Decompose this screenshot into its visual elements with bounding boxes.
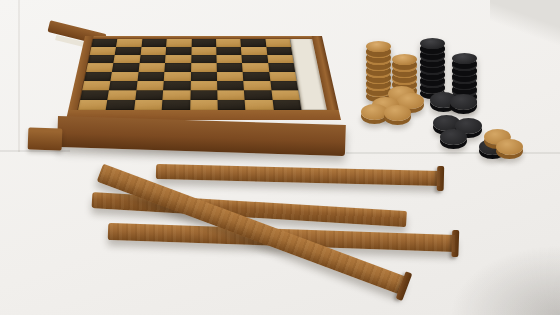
square-a2[interactable]	[80, 90, 109, 100]
square-g4[interactable]	[243, 72, 270, 81]
square-c4[interactable]	[137, 72, 164, 81]
square-c2[interactable]	[135, 90, 163, 100]
table-seam-right	[346, 152, 560, 154]
square-c1[interactable]	[134, 100, 163, 110]
checker-stack-dark-3[interactable]	[420, 38, 445, 95]
wall-edge	[18, 0, 20, 152]
square-d8[interactable]	[166, 39, 191, 47]
square-b3[interactable]	[109, 81, 137, 90]
square-h5[interactable]	[268, 63, 295, 72]
square-f8[interactable]	[216, 39, 241, 47]
square-g2[interactable]	[244, 90, 272, 100]
square-d4[interactable]	[164, 72, 191, 81]
square-f2[interactable]	[217, 90, 245, 100]
wall-corner-shadow	[490, 0, 560, 52]
square-e8[interactable]	[191, 39, 216, 47]
square-g3[interactable]	[243, 81, 271, 90]
square-b1[interactable]	[106, 100, 135, 110]
square-a6[interactable]	[88, 55, 115, 63]
square-h1[interactable]	[272, 100, 301, 110]
square-h7[interactable]	[266, 47, 292, 55]
checker-piece-light[interactable]	[392, 54, 417, 65]
square-d6[interactable]	[165, 55, 191, 63]
table-corner-shadow	[450, 245, 560, 315]
square-h3[interactable]	[270, 81, 298, 90]
checker-piece-light[interactable]	[496, 139, 523, 155]
square-f1[interactable]	[217, 100, 245, 110]
square-e7[interactable]	[191, 47, 216, 55]
square-b7[interactable]	[115, 47, 141, 55]
square-c8[interactable]	[141, 39, 167, 47]
square-g1[interactable]	[245, 100, 274, 110]
checkerboard	[78, 39, 301, 110]
square-a7[interactable]	[90, 47, 117, 55]
square-f6[interactable]	[216, 55, 242, 63]
square-c5[interactable]	[138, 63, 165, 72]
square-c6[interactable]	[139, 55, 165, 63]
scene	[0, 0, 560, 315]
square-d5[interactable]	[164, 63, 190, 72]
square-h4[interactable]	[269, 72, 297, 81]
square-a1[interactable]	[78, 100, 108, 110]
square-f4[interactable]	[217, 72, 244, 81]
board-tray[interactable]	[66, 36, 341, 120]
square-g7[interactable]	[241, 47, 267, 55]
square-a3[interactable]	[82, 81, 110, 90]
square-e6[interactable]	[191, 55, 217, 63]
square-a5[interactable]	[86, 63, 114, 72]
checker-piece-dark[interactable]	[420, 38, 445, 49]
square-a4[interactable]	[84, 72, 112, 81]
slat-end-cap	[437, 165, 445, 190]
wooden-slat-1[interactable]	[156, 164, 442, 186]
checker-piece-dark[interactable]	[450, 94, 477, 110]
square-e4[interactable]	[190, 72, 217, 81]
square-e5[interactable]	[191, 63, 217, 72]
square-b8[interactable]	[116, 39, 142, 47]
square-b4[interactable]	[111, 72, 139, 81]
square-h6[interactable]	[267, 55, 294, 63]
checker-stack-light-1[interactable]	[366, 41, 391, 98]
square-g5[interactable]	[242, 63, 269, 72]
slat-end-cap	[395, 271, 412, 301]
square-d2[interactable]	[163, 90, 191, 100]
square-b6[interactable]	[114, 55, 141, 63]
square-d7[interactable]	[166, 47, 192, 55]
square-f7[interactable]	[216, 47, 242, 55]
square-d1[interactable]	[162, 100, 190, 110]
square-b5[interactable]	[112, 63, 139, 72]
square-e3[interactable]	[190, 81, 217, 90]
square-f3[interactable]	[217, 81, 244, 90]
square-f5[interactable]	[217, 63, 243, 72]
square-h8[interactable]	[265, 39, 291, 47]
checker-piece-dark[interactable]	[440, 129, 467, 145]
tray-front-left-notch	[28, 127, 63, 150]
square-a8[interactable]	[91, 39, 117, 47]
square-b2[interactable]	[108, 90, 137, 100]
square-g8[interactable]	[241, 39, 267, 47]
square-c3[interactable]	[136, 81, 164, 90]
square-c7[interactable]	[140, 47, 166, 55]
square-g6[interactable]	[242, 55, 268, 63]
square-e2[interactable]	[190, 90, 217, 100]
checker-piece-light[interactable]	[366, 41, 391, 52]
square-h2[interactable]	[271, 90, 300, 100]
checker-piece-light[interactable]	[384, 105, 411, 121]
checker-piece-dark[interactable]	[452, 53, 477, 64]
square-e1[interactable]	[190, 100, 218, 110]
square-d3[interactable]	[163, 81, 190, 90]
